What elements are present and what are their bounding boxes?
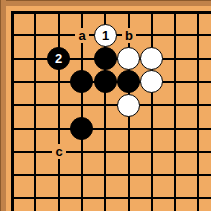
grid-line-h-0 [11,11,211,14]
grid-line-h-4 [11,104,211,106]
stone-white-F17 [117,47,140,70]
label-b-F18: b [122,28,136,43]
grid-line-v-0 [11,11,14,211]
grid-line-v-2 [58,11,60,211]
label-a-D18: a [75,28,89,43]
grid-line-h-8 [11,197,211,199]
stone-black-E17 [94,47,117,70]
grid-line-v-8 [197,11,199,211]
go-corner-diagram: abc12 [0,0,211,211]
stone-black-D16 [70,70,93,93]
stone-white-E18: 1 [94,24,117,47]
board-frame-left [0,0,6,211]
grid-line-h-5 [11,128,211,130]
stone-black-D14 [70,117,93,140]
label-c-C13: c [52,144,66,159]
grid-line-h-6 [11,151,211,153]
grid-line-v-1 [34,11,36,211]
stone-black-F16 [117,70,140,93]
stone-black-C17: 2 [47,47,70,70]
grid-line-h-7 [11,174,211,176]
grid-line-v-6 [151,11,153,211]
stone-white-G16 [140,70,163,93]
stone-white-G17 [140,47,163,70]
grid-line-v-7 [174,11,176,211]
stone-black-E16 [94,70,117,93]
stone-white-F15 [117,94,140,117]
board-frame-top [0,0,211,6]
